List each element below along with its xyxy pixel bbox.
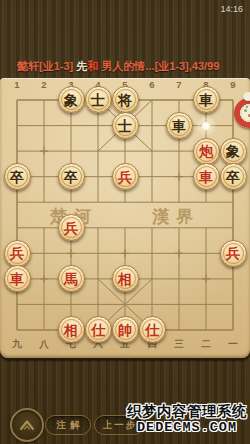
black-piece-象[interactable]: 象 — [58, 86, 85, 113]
red-piece-兵[interactable]: 兵 — [4, 240, 31, 267]
red-piece-兵[interactable]: 兵 — [112, 163, 139, 190]
red-piece-馬[interactable]: 馬 — [58, 265, 85, 292]
expand-menu-button[interactable] — [10, 408, 44, 442]
last-move-marker — [200, 120, 212, 132]
black-piece-士[interactable]: 士 — [112, 112, 139, 139]
black-piece-卒[interactable]: 卒 — [58, 163, 85, 190]
red-piece-帥[interactable]: 帥 — [112, 316, 139, 343]
red-piece-兵[interactable]: 兵 — [220, 240, 247, 267]
annotation-button[interactable]: 注解 — [45, 415, 91, 435]
board-grid[interactable]: 象士将車士車炮象卒卒兵車卒兵兵兵車馬相相仕帥仕 — [4, 87, 247, 343]
red-piece-相[interactable]: 相 — [112, 265, 139, 292]
black-piece-将[interactable]: 将 — [112, 86, 139, 113]
watermark-line1: 织梦内容管理系统 — [127, 402, 247, 420]
clock-time: 14:16 — [220, 4, 243, 14]
red-piece-兵[interactable]: 兵 — [58, 214, 85, 241]
red-piece-車[interactable]: 車 — [4, 265, 31, 292]
title-segment: 先 — [73, 60, 87, 72]
xiangqi-board: 123456789 九八七六五四三二一 楚河 漢界 象士将車士車炮象卒卒兵車卒兵… — [0, 78, 250, 358]
black-piece-士[interactable]: 士 — [85, 86, 112, 113]
red-piece-仕[interactable]: 仕 — [85, 316, 112, 343]
chevron-up-icon — [18, 416, 36, 434]
black-piece-象[interactable]: 象 — [220, 138, 247, 165]
black-piece-卒[interactable]: 卒 — [220, 163, 247, 190]
title-segment: ,43/99 — [189, 60, 220, 72]
red-piece-仕[interactable]: 仕 — [139, 316, 166, 343]
black-piece-卒[interactable]: 卒 — [4, 163, 31, 190]
title-segment: 懿轩[业1-3] — [17, 60, 73, 72]
red-piece-車[interactable]: 車 — [193, 163, 220, 190]
black-piece-車[interactable]: 車 — [166, 112, 193, 139]
title-segment: 和 — [87, 60, 101, 72]
app-window: 14:16 懿轩[业1-3] 先和 男人的情...[业1-3],43/99 12… — [0, 0, 250, 444]
red-piece-相[interactable]: 相 — [58, 316, 85, 343]
watermark: 织梦内容管理系统 DEDECMS.COM — [127, 402, 247, 437]
previous-move-button[interactable]: 上一步 — [94, 415, 144, 435]
match-title: 懿轩[业1-3] 先和 男人的情...[业1-3],43/99 — [17, 59, 248, 74]
red-piece-炮[interactable]: 炮 — [193, 138, 220, 165]
black-piece-車[interactable]: 車 — [193, 86, 220, 113]
watermark-line2: DEDECMS.COM — [127, 420, 247, 437]
candy-blob-icon — [243, 92, 250, 101]
title-segment: 男人的情...[业1-3] — [101, 60, 188, 72]
